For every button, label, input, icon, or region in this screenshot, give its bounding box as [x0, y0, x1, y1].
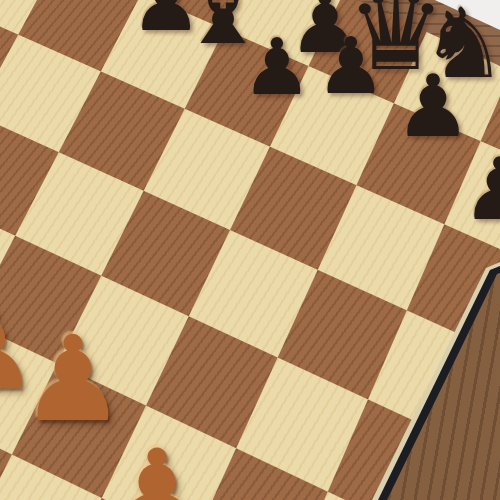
white-pawn: ♟	[103, 434, 211, 500]
pieces-layer: ♟♝♟♟♟♛♞♟♟♟♟♟	[0, 0, 500, 500]
black-pawn: ♟	[242, 28, 312, 106]
black-pawn: ♟	[461, 146, 500, 232]
chessboard-photo: ♟♝♟♟♟♛♞♟♟♟♟♟	[0, 0, 500, 500]
black-pawn: ♟	[316, 27, 386, 105]
black-pawn: ♟	[394, 63, 471, 149]
white-pawn: ♟	[20, 320, 126, 438]
